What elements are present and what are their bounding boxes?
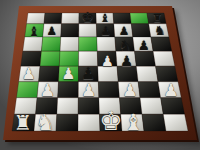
square-d5[interactable] [79,51,98,66]
square-g1[interactable] [142,114,166,131]
square-g2[interactable] [140,98,163,114]
square-g4[interactable] [136,66,158,82]
square-g5[interactable] [135,51,156,66]
white-pawn[interactable]: ♟ [81,82,96,99]
square-h1[interactable] [163,114,188,131]
white-pawn[interactable]: ♟ [101,53,114,67]
white-pawn[interactable]: ♟ [22,67,36,83]
white-pawn[interactable]: ♟ [40,82,55,99]
black-pawn[interactable]: ♟ [138,39,150,52]
square-a8[interactable] [27,13,45,24]
square-b6[interactable] [41,37,60,51]
white-knight[interactable]: ♞ [35,111,55,133]
black-pawn[interactable]: ♟ [119,26,129,38]
black-knight[interactable]: ♞ [154,25,165,38]
square-d1[interactable] [78,114,100,131]
square-c6[interactable] [60,37,79,51]
square-b5[interactable] [40,51,60,66]
black-king[interactable]: ♚ [82,11,94,25]
chess-app-screen: ♚♝♜♝♟♟♟♞♞♟♟♟♟♟♟♟♟♟♟♜♞♚♝ [0,0,200,150]
black-pawn[interactable]: ♟ [120,53,133,67]
square-e4[interactable] [98,66,118,82]
white-rook[interactable]: ♜ [14,112,33,133]
square-g8[interactable] [130,13,149,24]
square-c2[interactable] [57,98,78,114]
black-bishop[interactable]: ♝ [100,13,110,25]
white-pawn[interactable]: ♟ [61,67,75,83]
square-g7[interactable] [131,24,151,37]
square-c7[interactable] [61,24,79,37]
square-h5[interactable] [153,51,175,66]
black-bishop[interactable]: ♝ [28,25,40,38]
square-b8[interactable] [44,13,62,24]
square-c1[interactable] [56,114,78,131]
square-d6[interactable] [79,37,98,51]
square-f8[interactable] [113,13,131,24]
square-c5[interactable] [59,51,78,66]
black-pawn[interactable]: ♟ [101,26,111,38]
black-knight[interactable]: ♞ [119,38,132,52]
white-king[interactable]: ♚ [99,108,122,134]
square-g3[interactable] [138,82,160,98]
white-pawn[interactable]: ♟ [122,82,137,99]
white-pawn[interactable]: ♟ [163,82,178,99]
white-bishop[interactable]: ♝ [123,111,143,133]
square-c3[interactable] [58,82,79,98]
square-d7[interactable] [79,24,97,37]
square-e3[interactable] [98,82,119,98]
black-pawn[interactable]: ♟ [47,26,57,38]
square-c8[interactable] [61,13,79,24]
square-e6[interactable] [97,37,116,51]
square-a6[interactable] [23,37,43,51]
square-a5[interactable] [21,51,42,66]
square-h6[interactable] [151,37,172,51]
square-a3[interactable] [17,82,39,98]
